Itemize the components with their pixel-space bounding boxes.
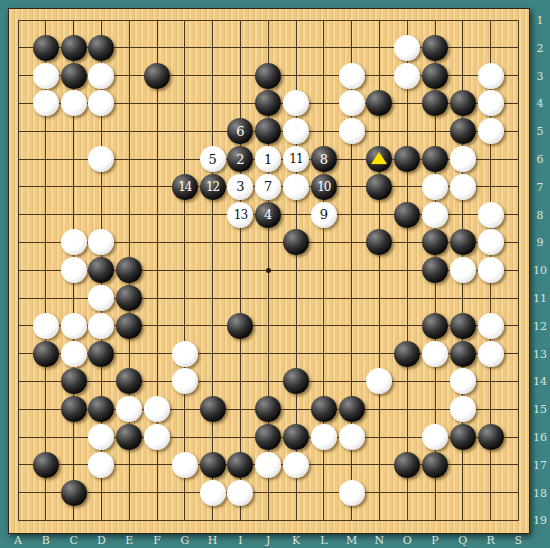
stone-H6: 5: [200, 146, 226, 172]
stone-P2: [422, 35, 448, 61]
col-label-Q: Q: [458, 534, 467, 547]
stone-R12: [478, 313, 504, 339]
grid-line-vertical: [518, 20, 519, 521]
stone-C9: [61, 229, 87, 255]
row-label-15: 15: [533, 403, 547, 416]
stone-I7: 3: [227, 174, 253, 200]
grid-line-vertical: [18, 20, 19, 521]
row-label-3: 3: [537, 69, 544, 82]
row-label-17: 17: [533, 458, 547, 471]
stone-F15: [144, 396, 170, 422]
stone-K7: [283, 174, 309, 200]
stone-H17: [200, 452, 226, 478]
star-point: [266, 268, 271, 273]
stone-K17: [283, 452, 309, 478]
move-number: 7: [264, 180, 272, 193]
stone-P12: [422, 313, 448, 339]
grid-line-vertical: [407, 20, 408, 521]
stone-B17: [33, 452, 59, 478]
stone-F16: [144, 424, 170, 450]
stone-M15: [339, 396, 365, 422]
move-number: 9: [320, 208, 328, 221]
move-number: 3: [236, 180, 244, 193]
col-label-D: D: [97, 534, 106, 547]
stone-R3: [478, 63, 504, 89]
col-label-G: G: [180, 534, 189, 547]
move-number: 5: [208, 153, 216, 166]
stone-I18: [227, 480, 253, 506]
stone-C4: [61, 90, 87, 116]
stone-Q5: [450, 118, 476, 144]
stone-P6: [422, 146, 448, 172]
stone-C3: [61, 63, 87, 89]
stone-C12: [61, 313, 87, 339]
col-label-L: L: [320, 534, 327, 547]
stone-C13: [61, 341, 87, 367]
stone-R5: [478, 118, 504, 144]
row-label-7: 7: [537, 180, 544, 193]
grid-line-horizontal: [18, 381, 519, 382]
stone-K6: 11: [283, 146, 309, 172]
move-number: 13: [234, 209, 247, 221]
triangle-marker: [371, 152, 387, 164]
stone-O13: [394, 341, 420, 367]
stone-R10: [478, 257, 504, 283]
stone-R16: [478, 424, 504, 450]
row-label-11: 11: [533, 292, 547, 305]
col-label-B: B: [42, 534, 50, 547]
grid-line-vertical: [184, 20, 185, 521]
row-label-5: 5: [537, 125, 544, 138]
stone-K16: [283, 424, 309, 450]
stone-M3: [339, 63, 365, 89]
stone-H18: [200, 480, 226, 506]
stone-J3: [255, 63, 281, 89]
col-label-A: A: [14, 534, 22, 547]
stone-M18: [339, 480, 365, 506]
col-label-O: O: [403, 534, 412, 547]
stone-C14: [61, 368, 87, 394]
stone-I17: [227, 452, 253, 478]
stone-P17: [422, 452, 448, 478]
grid-line-vertical: [212, 20, 213, 521]
stone-E16: [116, 424, 142, 450]
stone-L8: 9: [311, 202, 337, 228]
col-label-P: P: [431, 534, 438, 547]
stone-Q12: [450, 313, 476, 339]
col-label-N: N: [375, 534, 385, 547]
row-label-12: 12: [533, 319, 547, 332]
move-number: 14: [178, 181, 191, 193]
col-label-S: S: [515, 534, 523, 547]
row-label-10: 10: [533, 264, 547, 277]
stone-C10: [61, 257, 87, 283]
stone-J8: 4: [255, 202, 281, 228]
row-label-9: 9: [537, 236, 544, 249]
stone-B2: [33, 35, 59, 61]
grid-line-horizontal: [18, 20, 519, 21]
stone-Q14: [450, 368, 476, 394]
stone-D12: [88, 313, 114, 339]
move-number: 8: [320, 153, 328, 166]
stone-C2: [61, 35, 87, 61]
move-number: 4: [264, 208, 272, 221]
stone-L15: [311, 396, 337, 422]
col-label-C: C: [69, 534, 77, 547]
stone-Q4: [450, 90, 476, 116]
stone-G13: [172, 341, 198, 367]
row-label-4: 4: [537, 97, 544, 110]
stone-O6: [394, 146, 420, 172]
stone-P8: [422, 202, 448, 228]
grid-line-horizontal: [18, 492, 519, 493]
stone-L6: 8: [311, 146, 337, 172]
move-number: 10: [317, 181, 330, 193]
stone-Q7: [450, 174, 476, 200]
row-label-2: 2: [537, 41, 544, 54]
col-label-R: R: [486, 534, 494, 547]
col-label-F: F: [153, 534, 161, 547]
row-label-6: 6: [537, 153, 544, 166]
stone-R4: [478, 90, 504, 116]
move-number: 1: [264, 153, 272, 166]
stone-I12: [227, 313, 253, 339]
stone-D13: [88, 341, 114, 367]
stone-D2: [88, 35, 114, 61]
stone-O8: [394, 202, 420, 228]
row-label-1: 1: [537, 14, 544, 27]
stone-P10: [422, 257, 448, 283]
stone-Q13: [450, 341, 476, 367]
stone-P7: [422, 174, 448, 200]
stone-Q9: [450, 229, 476, 255]
stone-M4: [339, 90, 365, 116]
stone-C18: [61, 480, 87, 506]
stone-R8: [478, 202, 504, 228]
stone-E12: [116, 313, 142, 339]
stone-D3: [88, 63, 114, 89]
grid-line-vertical: [240, 20, 241, 521]
row-label-16: 16: [533, 431, 547, 444]
stone-Q15: [450, 396, 476, 422]
stone-P3: [422, 63, 448, 89]
stone-H7: 12: [200, 174, 226, 200]
stone-M16: [339, 424, 365, 450]
col-label-K: K: [292, 534, 300, 547]
stone-L7: 10: [311, 174, 337, 200]
go-board-screenshot: ABCDEFGHIJKLMNOPQRS123456789101112131415…: [0, 0, 550, 548]
stone-Q10: [450, 257, 476, 283]
stone-O2: [394, 35, 420, 61]
stone-G7: 14: [172, 174, 198, 200]
stone-Q16: [450, 424, 476, 450]
stone-B12: [33, 313, 59, 339]
stone-R13: [478, 341, 504, 367]
stone-D17: [88, 452, 114, 478]
grid-line-horizontal: [18, 520, 519, 521]
stone-B4: [33, 90, 59, 116]
row-label-18: 18: [533, 486, 547, 499]
stone-E11: [116, 285, 142, 311]
move-number: 11: [289, 153, 302, 165]
col-label-H: H: [208, 534, 218, 547]
col-label-E: E: [125, 534, 133, 547]
stone-R9: [478, 229, 504, 255]
row-label-8: 8: [537, 208, 544, 221]
stone-G14: [172, 368, 198, 394]
row-label-19: 19: [533, 514, 547, 527]
stone-N7: [366, 174, 392, 200]
row-label-13: 13: [533, 347, 547, 360]
move-number: 12: [206, 181, 219, 193]
stone-M5: [339, 118, 365, 144]
stone-K5: [283, 118, 309, 144]
col-label-I: I: [238, 534, 242, 547]
stone-J7: 7: [255, 174, 281, 200]
row-label-14: 14: [533, 375, 547, 388]
stone-G17: [172, 452, 198, 478]
stone-C15: [61, 396, 87, 422]
stone-J6: 1: [255, 146, 281, 172]
col-label-J: J: [266, 534, 270, 547]
stone-O3: [394, 63, 420, 89]
stone-J17: [255, 452, 281, 478]
stone-B13: [33, 341, 59, 367]
stone-P16: [422, 424, 448, 450]
move-number: 2: [236, 153, 244, 166]
stone-B3: [33, 63, 59, 89]
stone-J16: [255, 424, 281, 450]
col-label-M: M: [346, 534, 357, 547]
stone-P13: [422, 341, 448, 367]
stone-F3: [144, 63, 170, 89]
stone-Q6: [450, 146, 476, 172]
stone-H15: [200, 396, 226, 422]
move-number: 6: [236, 125, 244, 138]
stone-L16: [311, 424, 337, 450]
stone-I8: 13: [227, 202, 253, 228]
stone-O17: [394, 452, 420, 478]
